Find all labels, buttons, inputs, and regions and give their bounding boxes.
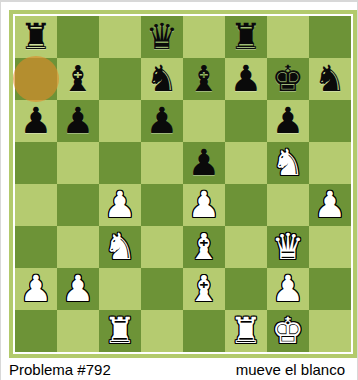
piece-black-p-g6[interactable]: ♟ — [267, 100, 309, 142]
piece-black-b-e7[interactable]: ♝ — [183, 58, 225, 100]
square-d3[interactable] — [141, 226, 183, 268]
piece-white-b-e2[interactable]: ♝ — [183, 268, 225, 310]
square-g5[interactable]: ♞ — [267, 142, 309, 184]
square-c2[interactable] — [99, 268, 141, 310]
square-f7[interactable]: ♟ — [225, 58, 267, 100]
square-f2[interactable] — [225, 268, 267, 310]
square-f8[interactable]: ♜ — [225, 16, 267, 58]
chess-board[interactable]: ♜♛♜♝♞♝♟♚♞♟♟♟♟♟♞♟♟♟♞♝♛♟♟♝♟♜♜♚ — [15, 16, 351, 352]
piece-black-b-b7[interactable]: ♝ — [57, 58, 99, 100]
piece-black-q-d8[interactable]: ♛ — [141, 16, 183, 58]
piece-white-p-h4[interactable]: ♟ — [309, 184, 351, 226]
square-a4[interactable] — [15, 184, 57, 226]
square-c4[interactable]: ♟ — [99, 184, 141, 226]
square-b7[interactable]: ♝ — [57, 58, 99, 100]
problem-title: Problema #792 — [9, 361, 111, 378]
square-a1[interactable] — [15, 310, 57, 352]
square-d8[interactable]: ♛ — [141, 16, 183, 58]
square-h2[interactable] — [309, 268, 351, 310]
square-f4[interactable] — [225, 184, 267, 226]
square-g3[interactable]: ♛ — [267, 226, 309, 268]
square-h4[interactable]: ♟ — [309, 184, 351, 226]
piece-black-k-g7[interactable]: ♚ — [267, 58, 309, 100]
square-h5[interactable] — [309, 142, 351, 184]
square-f1[interactable]: ♜ — [225, 310, 267, 352]
square-c1[interactable]: ♜ — [99, 310, 141, 352]
square-e3[interactable]: ♝ — [183, 226, 225, 268]
square-f5[interactable] — [225, 142, 267, 184]
app-window: ♜♛♜♝♞♝♟♚♞♟♟♟♟♟♞♟♟♟♞♝♛♟♟♝♟♜♜♚ Problema #7… — [0, 0, 358, 380]
piece-white-p-e4[interactable]: ♟ — [183, 184, 225, 226]
turn-indicator-badge: mueve el blanco — [232, 359, 349, 380]
square-h1[interactable] — [309, 310, 351, 352]
piece-white-k-g1[interactable]: ♚ — [267, 310, 309, 352]
piece-white-p-g2[interactable]: ♟ — [267, 268, 309, 310]
piece-black-n-d7[interactable]: ♞ — [141, 58, 183, 100]
square-h3[interactable] — [309, 226, 351, 268]
piece-black-r-f8[interactable]: ♜ — [225, 16, 267, 58]
square-h6[interactable] — [309, 100, 351, 142]
square-d7[interactable]: ♞ — [141, 58, 183, 100]
square-f6[interactable] — [225, 100, 267, 142]
piece-white-b-e3[interactable]: ♝ — [183, 226, 225, 268]
piece-white-p-b2[interactable]: ♟ — [57, 268, 99, 310]
chess-board-border: ♜♛♜♝♞♝♟♚♞♟♟♟♟♟♞♟♟♟♞♝♛♟♟♝♟♜♜♚ — [13, 14, 353, 354]
square-g8[interactable] — [267, 16, 309, 58]
square-c8[interactable] — [99, 16, 141, 58]
square-a2[interactable]: ♟ — [15, 268, 57, 310]
piece-black-p-a6[interactable]: ♟ — [15, 100, 57, 142]
square-h8[interactable] — [309, 16, 351, 58]
square-b4[interactable] — [57, 184, 99, 226]
square-g6[interactable]: ♟ — [267, 100, 309, 142]
piece-white-p-a2[interactable]: ♟ — [15, 268, 57, 310]
square-a7[interactable] — [15, 58, 57, 100]
square-e2[interactable]: ♝ — [183, 268, 225, 310]
piece-black-p-d6[interactable]: ♟ — [141, 100, 183, 142]
square-b3[interactable] — [57, 226, 99, 268]
square-g4[interactable] — [267, 184, 309, 226]
square-d5[interactable] — [141, 142, 183, 184]
square-a3[interactable] — [15, 226, 57, 268]
square-f3[interactable] — [225, 226, 267, 268]
square-c5[interactable] — [99, 142, 141, 184]
chess-board-frame: ♜♛♜♝♞♝♟♚♞♟♟♟♟♟♞♟♟♟♞♝♛♟♟♝♟♜♜♚ — [9, 10, 357, 358]
square-e6[interactable] — [183, 100, 225, 142]
square-b2[interactable]: ♟ — [57, 268, 99, 310]
square-a8[interactable]: ♜ — [15, 16, 57, 58]
square-d6[interactable]: ♟ — [141, 100, 183, 142]
piece-black-p-e5[interactable]: ♟ — [183, 142, 225, 184]
piece-white-r-f1[interactable]: ♜ — [225, 310, 267, 352]
square-b6[interactable]: ♟ — [57, 100, 99, 142]
square-e1[interactable] — [183, 310, 225, 352]
piece-black-r-a8[interactable]: ♜ — [15, 16, 57, 58]
square-h7[interactable]: ♞ — [309, 58, 351, 100]
square-a5[interactable] — [15, 142, 57, 184]
square-g7[interactable]: ♚ — [267, 58, 309, 100]
square-g2[interactable]: ♟ — [267, 268, 309, 310]
square-b5[interactable] — [57, 142, 99, 184]
piece-white-q-g3[interactable]: ♛ — [267, 226, 309, 268]
square-e4[interactable]: ♟ — [183, 184, 225, 226]
square-e7[interactable]: ♝ — [183, 58, 225, 100]
square-c7[interactable] — [99, 58, 141, 100]
square-a6[interactable]: ♟ — [15, 100, 57, 142]
square-e8[interactable] — [183, 16, 225, 58]
piece-white-n-g5[interactable]: ♞ — [267, 142, 309, 184]
square-g1[interactable]: ♚ — [267, 310, 309, 352]
piece-black-p-b6[interactable]: ♟ — [57, 100, 99, 142]
square-c6[interactable] — [99, 100, 141, 142]
square-d4[interactable] — [141, 184, 183, 226]
piece-white-n-c3[interactable]: ♞ — [99, 226, 141, 268]
square-e5[interactable]: ♟ — [183, 142, 225, 184]
square-d2[interactable] — [141, 268, 183, 310]
piece-white-r-c1[interactable]: ♜ — [99, 310, 141, 352]
piece-black-p-f7[interactable]: ♟ — [225, 58, 267, 100]
square-b1[interactable] — [57, 310, 99, 352]
square-b8[interactable] — [57, 16, 99, 58]
square-c3[interactable]: ♞ — [99, 226, 141, 268]
square-d1[interactable] — [141, 310, 183, 352]
piece-black-n-h7[interactable]: ♞ — [309, 58, 351, 100]
piece-white-p-c4[interactable]: ♟ — [99, 184, 141, 226]
